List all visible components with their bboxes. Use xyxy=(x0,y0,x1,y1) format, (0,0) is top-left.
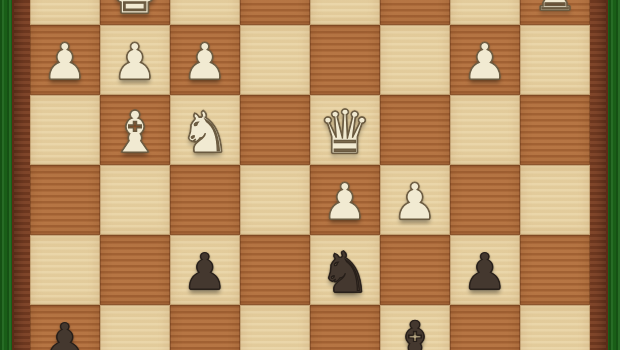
square-e4[interactable] xyxy=(240,165,310,235)
square-f3[interactable]: ♞ xyxy=(170,95,240,165)
square-d1[interactable] xyxy=(310,0,380,25)
white-knight[interactable]: ♞ xyxy=(170,97,240,167)
white-pawn[interactable]: ♟ xyxy=(380,167,450,237)
white-pawn[interactable]: ♟ xyxy=(310,167,380,237)
square-a6[interactable] xyxy=(520,305,590,350)
square-a4[interactable] xyxy=(520,165,590,235)
square-a1[interactable]: ♜ xyxy=(520,0,590,25)
square-b4[interactable] xyxy=(450,165,520,235)
square-b6[interactable] xyxy=(450,305,520,350)
square-g3[interactable]: ♝ xyxy=(100,95,170,165)
square-d4[interactable]: ♟ xyxy=(310,165,380,235)
square-c3[interactable] xyxy=(380,95,450,165)
white-pawn[interactable]: ♟ xyxy=(450,27,520,97)
square-f4[interactable] xyxy=(170,165,240,235)
white-rook[interactable]: ♜ xyxy=(520,0,590,27)
square-d2[interactable] xyxy=(310,25,380,95)
white-pawn[interactable]: ♟ xyxy=(30,27,100,97)
square-b3[interactable] xyxy=(450,95,520,165)
square-f1[interactable] xyxy=(170,0,240,25)
white-pawn[interactable]: ♟ xyxy=(100,27,170,97)
square-b2[interactable]: ♟ xyxy=(450,25,520,95)
square-g1[interactable]: ♚ xyxy=(100,0,170,25)
square-f6[interactable] xyxy=(170,305,240,350)
square-g5[interactable] xyxy=(100,235,170,305)
white-pawn[interactable]: ♟ xyxy=(170,27,240,97)
square-d5[interactable]: ♞ xyxy=(310,235,380,305)
square-c5[interactable] xyxy=(380,235,450,305)
square-f5[interactable]: ♟ xyxy=(170,235,240,305)
square-e6[interactable] xyxy=(240,305,310,350)
square-c1[interactable] xyxy=(380,0,450,25)
square-h4[interactable] xyxy=(30,165,100,235)
chess-app-screen: ♚♜♟♟♟♟♝♞♛♟♟♟♞♟♟♝ xyxy=(0,0,620,350)
black-bishop[interactable]: ♝ xyxy=(380,307,450,350)
square-d3[interactable]: ♛ xyxy=(310,95,380,165)
square-e1[interactable] xyxy=(240,0,310,25)
square-d6[interactable] xyxy=(310,305,380,350)
square-h5[interactable] xyxy=(30,235,100,305)
square-h2[interactable]: ♟ xyxy=(30,25,100,95)
board-squares: ♚♜♟♟♟♟♝♞♛♟♟♟♞♟♟♝ xyxy=(30,0,590,350)
black-knight[interactable]: ♞ xyxy=(310,237,380,307)
square-b5[interactable]: ♟ xyxy=(450,235,520,305)
square-a3[interactable] xyxy=(520,95,590,165)
white-bishop[interactable]: ♝ xyxy=(100,97,170,167)
square-e3[interactable] xyxy=(240,95,310,165)
square-h6[interactable]: ♟ xyxy=(30,305,100,350)
square-b1[interactable] xyxy=(450,0,520,25)
black-pawn[interactable]: ♟ xyxy=(30,307,100,350)
white-king[interactable]: ♚ xyxy=(100,0,170,27)
square-h1[interactable] xyxy=(30,0,100,25)
white-queen[interactable]: ♛ xyxy=(310,97,380,167)
square-e5[interactable] xyxy=(240,235,310,305)
black-pawn[interactable]: ♟ xyxy=(170,237,240,307)
square-g6[interactable] xyxy=(100,305,170,350)
square-c4[interactable]: ♟ xyxy=(380,165,450,235)
square-a2[interactable] xyxy=(520,25,590,95)
black-pawn[interactable]: ♟ xyxy=(450,237,520,307)
square-f2[interactable]: ♟ xyxy=(170,25,240,95)
square-c2[interactable] xyxy=(380,25,450,95)
square-a5[interactable] xyxy=(520,235,590,305)
square-g2[interactable]: ♟ xyxy=(100,25,170,95)
square-c6[interactable]: ♝ xyxy=(380,305,450,350)
square-g4[interactable] xyxy=(100,165,170,235)
square-h3[interactable] xyxy=(30,95,100,165)
square-e2[interactable] xyxy=(240,25,310,95)
